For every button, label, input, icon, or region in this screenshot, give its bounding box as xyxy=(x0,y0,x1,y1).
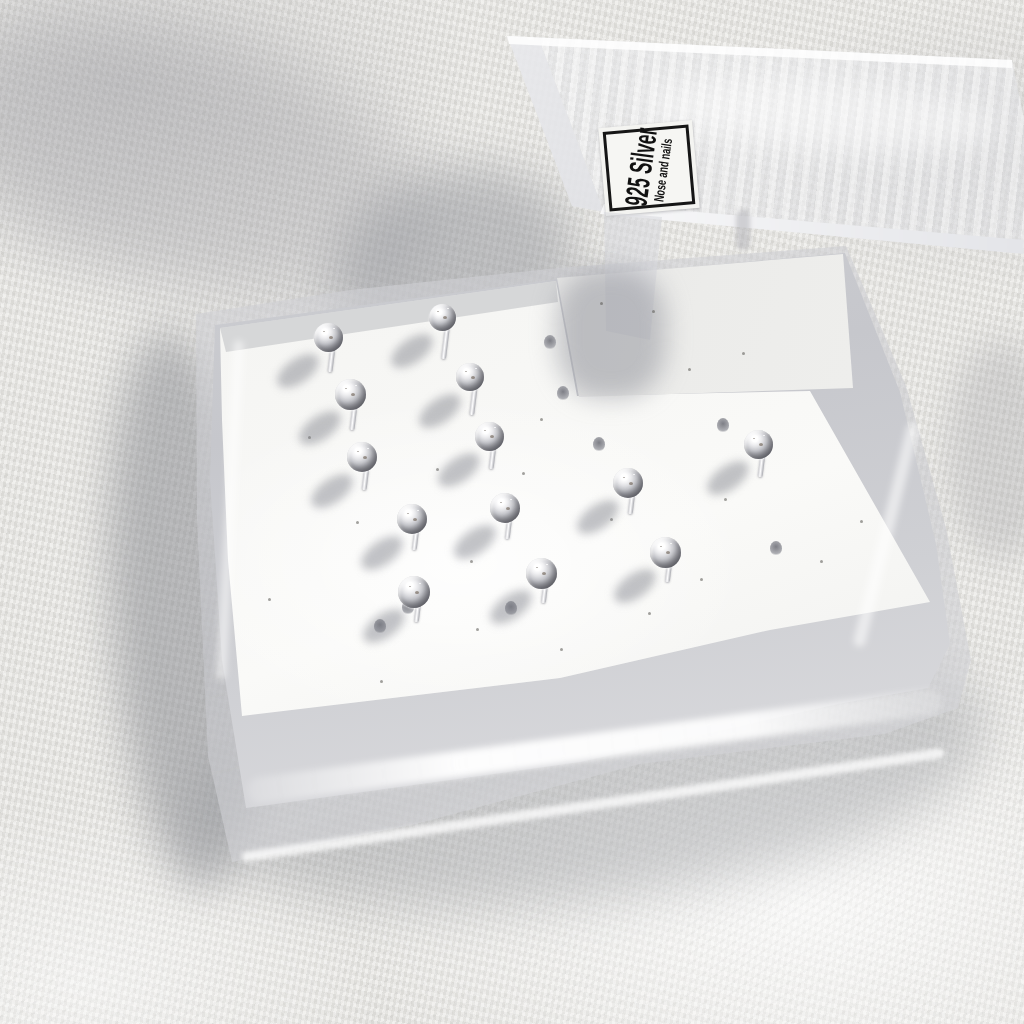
stud-shadow xyxy=(432,446,485,493)
stud-shadow xyxy=(355,529,408,576)
stud-shadow xyxy=(357,602,410,649)
stud-shadow xyxy=(571,493,624,540)
stud-ball xyxy=(526,558,557,589)
stud-ball xyxy=(490,493,520,523)
stud-ball xyxy=(429,304,456,331)
stud-ball xyxy=(475,422,504,451)
stud-shadow xyxy=(305,467,358,514)
stud-ball xyxy=(347,442,377,472)
stud-ball xyxy=(398,576,430,608)
stud-ball xyxy=(613,468,643,498)
stud-shadow xyxy=(293,404,346,451)
stud-shadow xyxy=(385,327,438,374)
stud-ball xyxy=(314,323,343,352)
stud-ball xyxy=(335,379,366,410)
product-photo-scene: 925 Silver Nose and nails xyxy=(0,0,1024,1024)
stud-shadow xyxy=(413,387,466,434)
stud-ball xyxy=(456,363,484,391)
stud-ball xyxy=(744,430,773,459)
stud-shadow xyxy=(484,583,537,630)
studs-layer xyxy=(0,0,1024,1024)
stud-shadow xyxy=(448,518,501,565)
stud-ball xyxy=(650,537,681,568)
stud-shadow xyxy=(608,562,661,609)
stud-shadow xyxy=(701,454,754,501)
stud-ball xyxy=(397,504,427,534)
stud-shadow xyxy=(271,347,324,394)
